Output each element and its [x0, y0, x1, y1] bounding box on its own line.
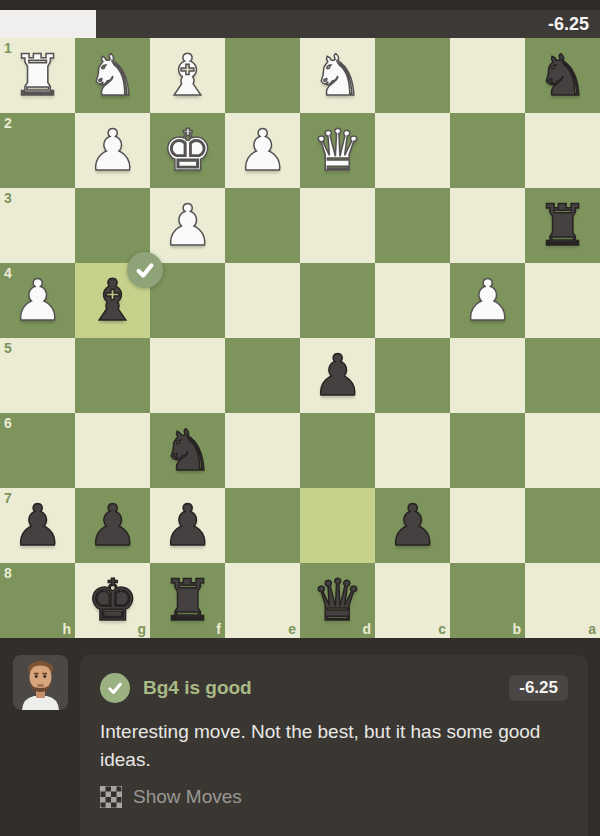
- chessboard-icon: [100, 786, 122, 808]
- square-c4[interactable]: [375, 263, 450, 338]
- square-e5[interactable]: [225, 338, 300, 413]
- piece-black-knight-f6[interactable]: ♞: [150, 413, 225, 488]
- square-g8[interactable]: g♚: [75, 563, 150, 638]
- square-a2[interactable]: [525, 113, 600, 188]
- feedback-panel: Bg4 is good -6.25 Interesting move. Not …: [0, 638, 600, 836]
- evaluation-badge: -6.25: [509, 675, 568, 701]
- piece-black-pawn-d5[interactable]: ♟: [300, 338, 375, 413]
- square-d1[interactable]: ♞: [300, 38, 375, 113]
- square-c8[interactable]: c: [375, 563, 450, 638]
- square-g6[interactable]: [75, 413, 150, 488]
- square-e7[interactable]: [225, 488, 300, 563]
- square-f2[interactable]: ♚: [150, 113, 225, 188]
- piece-black-rook-f8[interactable]: ♜: [150, 563, 225, 638]
- evaluation-bar-white-portion: [0, 10, 96, 38]
- square-b3[interactable]: [450, 188, 525, 263]
- square-a1[interactable]: ♞: [525, 38, 600, 113]
- game-review-screen: -6.25 1♜♞♝♞♞2♟♚♟♛3♟♜4♟♝♟5♟6♞7♟♟♟♟8hg♚f♜e…: [0, 0, 600, 836]
- piece-black-knight-a1[interactable]: ♞: [525, 38, 600, 113]
- square-f7[interactable]: ♟: [150, 488, 225, 563]
- square-e3[interactable]: [225, 188, 300, 263]
- coach-avatar: [13, 655, 68, 710]
- square-f5[interactable]: [150, 338, 225, 413]
- move-comment: Interesting move. Not the best, but it h…: [100, 718, 568, 774]
- file-label-a: a: [588, 621, 596, 637]
- square-d8[interactable]: d♛: [300, 563, 375, 638]
- good-move-badge: [127, 252, 163, 288]
- square-e6[interactable]: [225, 413, 300, 488]
- square-a3[interactable]: ♜: [525, 188, 600, 263]
- square-h1[interactable]: 1♜: [0, 38, 75, 113]
- square-e8[interactable]: e: [225, 563, 300, 638]
- piece-white-pawn-h4[interactable]: ♟: [0, 263, 75, 338]
- square-g1[interactable]: ♞: [75, 38, 150, 113]
- file-label-c: c: [438, 621, 446, 637]
- piece-black-queen-d8[interactable]: ♛: [300, 563, 375, 638]
- square-h3[interactable]: 3: [0, 188, 75, 263]
- piece-white-rook-h1[interactable]: ♜: [0, 38, 75, 113]
- square-c1[interactable]: [375, 38, 450, 113]
- feedback-header: Bg4 is good -6.25: [100, 673, 568, 703]
- piece-black-king-g8[interactable]: ♚: [75, 563, 150, 638]
- square-d6[interactable]: [300, 413, 375, 488]
- square-b4[interactable]: ♟: [450, 263, 525, 338]
- square-c7[interactable]: ♟: [375, 488, 450, 563]
- show-moves-label: Show Moves: [133, 786, 242, 808]
- square-a6[interactable]: [525, 413, 600, 488]
- file-label-b: b: [512, 621, 521, 637]
- square-f6[interactable]: ♞: [150, 413, 225, 488]
- file-label-e: e: [288, 621, 296, 637]
- square-g5[interactable]: [75, 338, 150, 413]
- top-bar: -6.25: [0, 0, 600, 38]
- square-e2[interactable]: ♟: [225, 113, 300, 188]
- square-d3[interactable]: [300, 188, 375, 263]
- square-b7[interactable]: [450, 488, 525, 563]
- square-g2[interactable]: ♟: [75, 113, 150, 188]
- piece-black-rook-a3[interactable]: ♜: [525, 188, 600, 263]
- square-h5[interactable]: 5: [0, 338, 75, 413]
- square-a5[interactable]: [525, 338, 600, 413]
- square-e1[interactable]: [225, 38, 300, 113]
- square-f8[interactable]: f♜: [150, 563, 225, 638]
- square-g7[interactable]: ♟: [75, 488, 150, 563]
- piece-black-pawn-f7[interactable]: ♟: [150, 488, 225, 563]
- piece-white-bishop-f1[interactable]: ♝: [150, 38, 225, 113]
- square-h6[interactable]: 6: [0, 413, 75, 488]
- evaluation-bar: -6.25: [0, 10, 600, 38]
- square-f3[interactable]: ♟: [150, 188, 225, 263]
- rank-label-3: 3: [4, 190, 12, 206]
- piece-white-knight-g1[interactable]: ♞: [75, 38, 150, 113]
- square-d5[interactable]: ♟: [300, 338, 375, 413]
- square-b6[interactable]: [450, 413, 525, 488]
- square-d4[interactable]: [300, 263, 375, 338]
- square-a7[interactable]: [525, 488, 600, 563]
- piece-white-knight-d1[interactable]: ♞: [300, 38, 375, 113]
- rank-label-5: 5: [4, 340, 12, 356]
- square-a4[interactable]: [525, 263, 600, 338]
- rank-label-8: 8: [4, 565, 12, 581]
- piece-white-pawn-e2[interactable]: ♟: [225, 113, 300, 188]
- piece-white-pawn-b4[interactable]: ♟: [450, 263, 525, 338]
- square-d2[interactable]: ♛: [300, 113, 375, 188]
- square-h2[interactable]: 2: [0, 113, 75, 188]
- chess-board: 1♜♞♝♞♞2♟♚♟♛3♟♜4♟♝♟5♟6♞7♟♟♟♟8hg♚f♜ed♛cba: [0, 38, 600, 638]
- rank-label-6: 6: [4, 415, 12, 431]
- square-h7[interactable]: 7♟: [0, 488, 75, 563]
- piece-white-king-f2[interactable]: ♚: [150, 113, 225, 188]
- square-f1[interactable]: ♝: [150, 38, 225, 113]
- piece-white-queen-d2[interactable]: ♛: [300, 113, 375, 188]
- square-c3[interactable]: [375, 188, 450, 263]
- square-a8[interactable]: a: [525, 563, 600, 638]
- square-c5[interactable]: [375, 338, 450, 413]
- square-g3[interactable]: [75, 188, 150, 263]
- square-b2[interactable]: [450, 113, 525, 188]
- piece-white-pawn-f3[interactable]: ♟: [150, 188, 225, 263]
- move-quality-title: Bg4 is good: [143, 677, 496, 699]
- checkmark-icon: [134, 259, 156, 281]
- square-b5[interactable]: [450, 338, 525, 413]
- show-moves-button[interactable]: Show Moves: [100, 786, 568, 808]
- rank-label-2: 2: [4, 115, 12, 131]
- piece-black-pawn-g7[interactable]: ♟: [75, 488, 150, 563]
- square-b1[interactable]: [450, 38, 525, 113]
- square-e4[interactable]: [225, 263, 300, 338]
- square-d7[interactable]: [300, 488, 375, 563]
- piece-black-pawn-h7[interactable]: ♟: [0, 488, 75, 563]
- coach-avatar-image: [13, 655, 68, 710]
- piece-black-pawn-c7[interactable]: ♟: [375, 488, 450, 563]
- square-b8[interactable]: b: [450, 563, 525, 638]
- checkmark-icon: [106, 679, 124, 697]
- square-h4[interactable]: 4♟: [0, 263, 75, 338]
- move-feedback-card: Bg4 is good -6.25 Interesting move. Not …: [80, 655, 588, 836]
- file-label-h: h: [62, 621, 71, 637]
- square-c2[interactable]: [375, 113, 450, 188]
- square-c6[interactable]: [375, 413, 450, 488]
- square-h8[interactable]: 8h: [0, 563, 75, 638]
- good-move-icon: [100, 673, 130, 703]
- evaluation-score: -6.25: [548, 10, 589, 38]
- piece-white-pawn-g2[interactable]: ♟: [75, 113, 150, 188]
